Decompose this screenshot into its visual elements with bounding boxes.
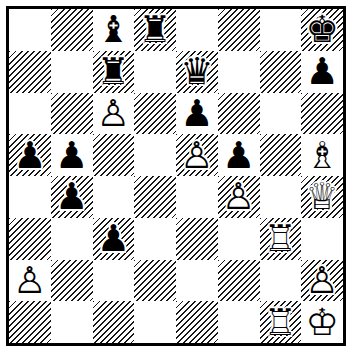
- black-rook-d8: ♜: [134, 9, 176, 51]
- black-pawn-underlay: ♟: [301, 51, 343, 93]
- black-pawn-e6: ♟: [176, 93, 218, 135]
- white-queen-h4: ♕: [301, 176, 343, 218]
- square-e6[interactable]: ♟♟: [176, 93, 218, 135]
- square-d4[interactable]: [134, 176, 176, 218]
- white-pawn-e5: ♙: [176, 134, 218, 176]
- white-bishop-underlay: ♝: [301, 134, 343, 176]
- square-b4[interactable]: ♟♟: [51, 176, 93, 218]
- square-a7[interactable]: [9, 51, 51, 93]
- square-c5[interactable]: [93, 134, 135, 176]
- square-c1[interactable]: [93, 301, 135, 343]
- square-d5[interactable]: [134, 134, 176, 176]
- white-rook-underlay: ♜: [260, 301, 302, 343]
- chess-board-frame: ♝♝♜♜♚♚♜♜♛♛♟♟♟♙♟♟♟♟♟♟♟♙♟♟♝♗♟♟♟♙♛♕♟♟♜♖♟♙♟♙…: [6, 6, 346, 346]
- square-a4[interactable]: [9, 176, 51, 218]
- black-pawn-underlay: ♟: [51, 134, 93, 176]
- square-e2[interactable]: [176, 260, 218, 302]
- white-queen-underlay: ♛: [301, 176, 343, 218]
- square-e1[interactable]: [176, 301, 218, 343]
- square-b8[interactable]: [51, 9, 93, 51]
- square-d3[interactable]: [134, 218, 176, 260]
- black-pawn-b4: ♟: [51, 176, 93, 218]
- square-a3[interactable]: [9, 218, 51, 260]
- square-a8[interactable]: [9, 9, 51, 51]
- black-pawn-underlay: ♟: [176, 93, 218, 135]
- square-h3[interactable]: [301, 218, 343, 260]
- square-h4[interactable]: ♛♕: [301, 176, 343, 218]
- square-f3[interactable]: [218, 218, 260, 260]
- black-pawn-underlay: ♟: [51, 176, 93, 218]
- chess-board: ♝♝♜♜♚♚♜♜♛♛♟♟♟♙♟♟♟♟♟♟♟♙♟♟♝♗♟♟♟♙♛♕♟♟♜♖♟♙♟♙…: [9, 9, 343, 343]
- white-pawn-underlay: ♟: [176, 134, 218, 176]
- white-pawn-h2: ♙: [301, 260, 343, 302]
- black-pawn-f5: ♟: [218, 134, 260, 176]
- black-rook-underlay: ♜: [93, 51, 135, 93]
- black-rook-underlay: ♜: [134, 9, 176, 51]
- square-f2[interactable]: [218, 260, 260, 302]
- black-king-underlay: ♚: [301, 9, 343, 51]
- white-rook-underlay: ♜: [260, 218, 302, 260]
- square-g3[interactable]: ♜♖: [260, 218, 302, 260]
- white-bishop-h5: ♗: [301, 134, 343, 176]
- black-pawn-b5: ♟: [51, 134, 93, 176]
- square-g1[interactable]: ♜♖: [260, 301, 302, 343]
- square-e3[interactable]: [176, 218, 218, 260]
- square-b7[interactable]: [51, 51, 93, 93]
- white-rook-g1: ♖: [260, 301, 302, 343]
- square-b3[interactable]: [51, 218, 93, 260]
- square-b6[interactable]: [51, 93, 93, 135]
- square-h8[interactable]: ♚♚: [301, 9, 343, 51]
- black-pawn-underlay: ♟: [9, 134, 51, 176]
- square-c7[interactable]: ♜♜: [93, 51, 135, 93]
- black-queen-e7: ♛: [176, 51, 218, 93]
- square-f7[interactable]: [218, 51, 260, 93]
- black-rook-c7: ♜: [93, 51, 135, 93]
- white-pawn-underlay: ♟: [9, 260, 51, 302]
- square-f8[interactable]: [218, 9, 260, 51]
- white-king-h1: ♔: [301, 301, 343, 343]
- black-king-h8: ♚: [301, 9, 343, 51]
- square-h1[interactable]: ♚♔: [301, 301, 343, 343]
- square-b2[interactable]: [51, 260, 93, 302]
- square-e4[interactable]: [176, 176, 218, 218]
- white-pawn-underlay: ♟: [301, 260, 343, 302]
- white-pawn-a2: ♙: [9, 260, 51, 302]
- square-e8[interactable]: [176, 9, 218, 51]
- square-d8[interactable]: ♜♜: [134, 9, 176, 51]
- white-pawn-c6: ♙: [93, 93, 135, 135]
- square-d6[interactable]: [134, 93, 176, 135]
- white-king-underlay: ♚: [301, 301, 343, 343]
- square-c8[interactable]: ♝♝: [93, 9, 135, 51]
- square-d7[interactable]: [134, 51, 176, 93]
- white-pawn-underlay: ♟: [218, 176, 260, 218]
- square-g5[interactable]: [260, 134, 302, 176]
- square-e5[interactable]: ♟♙: [176, 134, 218, 176]
- black-pawn-h7: ♟: [301, 51, 343, 93]
- square-h2[interactable]: ♟♙: [301, 260, 343, 302]
- square-f5[interactable]: ♟♟: [218, 134, 260, 176]
- square-a2[interactable]: ♟♙: [9, 260, 51, 302]
- square-g8[interactable]: [260, 9, 302, 51]
- square-h5[interactable]: ♝♗: [301, 134, 343, 176]
- square-g6[interactable]: [260, 93, 302, 135]
- square-c4[interactable]: [93, 176, 135, 218]
- square-a5[interactable]: ♟♟: [9, 134, 51, 176]
- square-b5[interactable]: ♟♟: [51, 134, 93, 176]
- square-c6[interactable]: ♟♙: [93, 93, 135, 135]
- white-rook-g3: ♖: [260, 218, 302, 260]
- square-a1[interactable]: [9, 301, 51, 343]
- square-f4[interactable]: ♟♙: [218, 176, 260, 218]
- square-g7[interactable]: [260, 51, 302, 93]
- white-pawn-f4: ♙: [218, 176, 260, 218]
- square-f6[interactable]: [218, 93, 260, 135]
- square-e7[interactable]: ♛♛: [176, 51, 218, 93]
- black-queen-underlay: ♛: [176, 51, 218, 93]
- white-pawn-underlay: ♟: [93, 93, 135, 135]
- square-f1[interactable]: [218, 301, 260, 343]
- black-pawn-a5: ♟: [9, 134, 51, 176]
- square-g2[interactable]: [260, 260, 302, 302]
- black-pawn-c3: ♟: [93, 218, 135, 260]
- black-bishop-c8: ♝: [93, 9, 135, 51]
- square-b1[interactable]: [51, 301, 93, 343]
- square-c3[interactable]: ♟♟: [93, 218, 135, 260]
- black-pawn-underlay: ♟: [218, 134, 260, 176]
- black-bishop-underlay: ♝: [93, 9, 135, 51]
- black-pawn-underlay: ♟: [93, 218, 135, 260]
- square-a6[interactable]: [9, 93, 51, 135]
- square-h7[interactable]: ♟♟: [301, 51, 343, 93]
- square-d2[interactable]: [134, 260, 176, 302]
- square-g4[interactable]: [260, 176, 302, 218]
- square-d1[interactable]: [134, 301, 176, 343]
- square-h6[interactable]: [301, 93, 343, 135]
- square-c2[interactable]: [93, 260, 135, 302]
